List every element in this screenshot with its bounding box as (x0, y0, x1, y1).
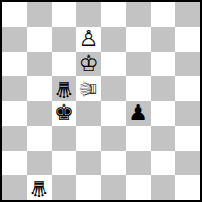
square-g6[interactable] (151, 52, 176, 77)
black-queen-rotated-180: ♛ (54, 78, 74, 100)
square-h6[interactable] (175, 52, 200, 77)
square-g4[interactable] (151, 101, 176, 126)
square-a2[interactable] (2, 151, 27, 176)
square-g5[interactable] (151, 76, 176, 101)
square-b4[interactable] (27, 101, 52, 126)
square-a5[interactable] (2, 76, 27, 101)
square-a7[interactable] (2, 27, 27, 52)
white-pawn: ♙ (79, 28, 99, 50)
square-c6[interactable] (52, 52, 77, 77)
square-e1[interactable] (101, 175, 126, 200)
square-e5[interactable] (101, 76, 126, 101)
square-a3[interactable] (2, 126, 27, 151)
square-f1[interactable] (126, 175, 151, 200)
black-king: ♚ (54, 102, 74, 124)
black-pawn: ♟ (128, 102, 148, 124)
square-e7[interactable] (101, 27, 126, 52)
square-f4[interactable]: ♟ (126, 101, 151, 126)
square-e4[interactable] (101, 101, 126, 126)
square-f3[interactable] (126, 126, 151, 151)
square-c4[interactable]: ♚ (52, 101, 77, 126)
square-e3[interactable] (101, 126, 126, 151)
square-f5[interactable] (126, 76, 151, 101)
square-e6[interactable] (101, 52, 126, 77)
square-b8[interactable] (27, 2, 52, 27)
square-e8[interactable] (101, 2, 126, 27)
square-d4[interactable] (76, 101, 101, 126)
square-d5[interactable]: ♕ (76, 76, 101, 101)
square-c3[interactable] (52, 126, 77, 151)
square-h4[interactable] (175, 101, 200, 126)
square-a4[interactable] (2, 101, 27, 126)
square-f2[interactable] (126, 151, 151, 176)
square-g8[interactable] (151, 2, 176, 27)
square-e2[interactable] (101, 151, 126, 176)
square-b2[interactable] (27, 151, 52, 176)
white-queen-rotated-90ccw: ♕ (78, 79, 100, 99)
square-b6[interactable] (27, 52, 52, 77)
square-g3[interactable] (151, 126, 176, 151)
square-f7[interactable] (126, 27, 151, 52)
square-d3[interactable] (76, 126, 101, 151)
square-d1[interactable] (76, 175, 101, 200)
square-f6[interactable] (126, 52, 151, 77)
square-h7[interactable] (175, 27, 200, 52)
square-d2[interactable] (76, 151, 101, 176)
square-d7[interactable]: ♙ (76, 27, 101, 52)
square-a6[interactable] (2, 52, 27, 77)
square-d6[interactable]: ♔ (76, 52, 101, 77)
square-g7[interactable] (151, 27, 176, 52)
chess-diagram: ♙♔♛♕♚♟♛ (0, 0, 202, 202)
square-h8[interactable] (175, 2, 200, 27)
square-g1[interactable] (151, 175, 176, 200)
square-a8[interactable] (2, 2, 27, 27)
square-c8[interactable] (52, 2, 77, 27)
square-g2[interactable] (151, 151, 176, 176)
square-h1[interactable] (175, 175, 200, 200)
square-h2[interactable] (175, 151, 200, 176)
square-c7[interactable] (52, 27, 77, 52)
white-king: ♔ (79, 53, 99, 75)
chess-board: ♙♔♛♕♚♟♛ (2, 2, 200, 200)
square-b1[interactable]: ♛ (27, 175, 52, 200)
square-h3[interactable] (175, 126, 200, 151)
square-f8[interactable] (126, 2, 151, 27)
square-d8[interactable] (76, 2, 101, 27)
square-a1[interactable] (2, 175, 27, 200)
square-b7[interactable] (27, 27, 52, 52)
black-queen-rotated-180: ♛ (29, 177, 49, 199)
square-c1[interactable] (52, 175, 77, 200)
square-b5[interactable] (27, 76, 52, 101)
square-b3[interactable] (27, 126, 52, 151)
square-h5[interactable] (175, 76, 200, 101)
square-c5[interactable]: ♛ (52, 76, 77, 101)
square-c2[interactable] (52, 151, 77, 176)
